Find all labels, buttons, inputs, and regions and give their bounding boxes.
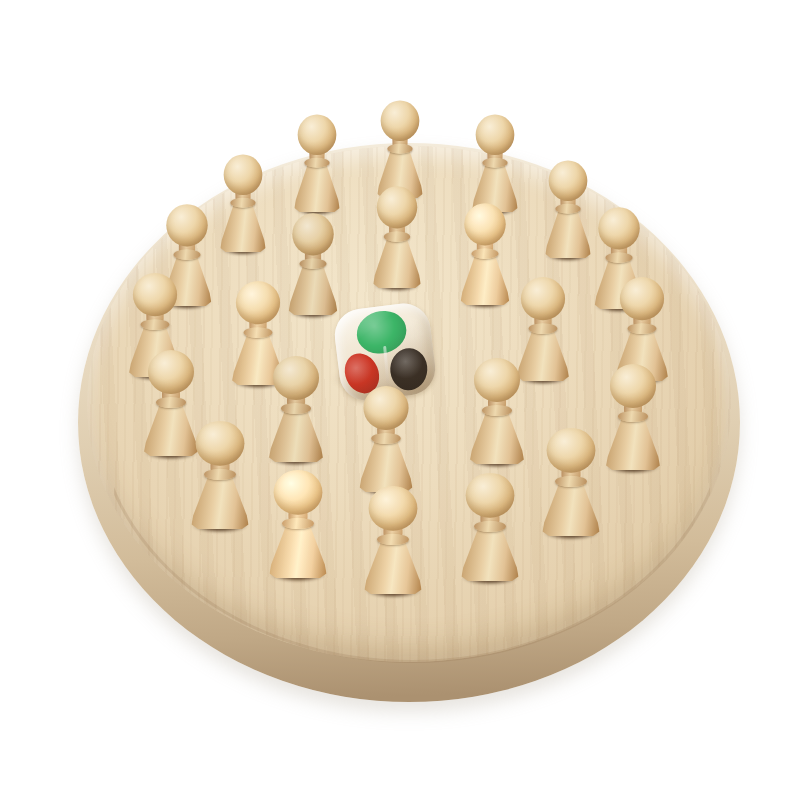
peg-head [236,281,280,324]
peg-body [372,234,421,288]
peg-collar [482,405,512,416]
peg-r4c2[interactable] [264,356,328,462]
peg-r5c1[interactable] [186,421,254,529]
peg-r1c2[interactable] [290,114,344,212]
peg-collar [606,252,633,263]
peg-body [268,521,327,578]
peg-head [273,356,319,400]
peg-head [549,160,588,200]
peg-r4c3[interactable] [355,386,418,492]
peg-collar [555,476,587,487]
peg-collar [156,397,186,408]
peg-head [148,350,194,394]
peg-collar [174,249,201,260]
peg-head [274,470,323,515]
peg-head [620,277,664,320]
peg-collar [141,319,170,330]
peg-collar [387,144,412,154]
peg-r5c5[interactable] [537,428,605,536]
peg-head [369,486,418,531]
peg-head [610,364,656,408]
peg-head [298,114,337,154]
product-photo [0,0,800,800]
peg-collar [371,433,400,444]
peg-r2c4[interactable] [456,203,514,305]
peg-body [460,524,519,581]
peg-collar [384,231,410,242]
peg-body [460,251,510,305]
peg-head [466,473,515,518]
peg-head [224,154,263,194]
peg-head [381,100,420,140]
peg-body [268,406,324,462]
peg-r2c3[interactable] [369,186,425,288]
peg-collar [230,198,255,208]
peg-collar [474,521,506,532]
peg-collar [482,158,507,168]
peg-body [541,479,600,536]
peg-head [547,428,596,473]
peg-body [359,436,414,492]
peg-collar [618,411,648,422]
peg-body [293,160,340,212]
peg-collar [628,323,657,334]
peg-r4c5[interactable] [601,364,665,470]
peg-r1c3[interactable] [373,100,427,198]
peg-head [196,421,245,466]
peg-collar [529,323,558,334]
peg-body [544,206,591,258]
peg-body [363,537,422,594]
peg-head [133,273,177,316]
peg-collar [304,158,329,168]
peg-body [190,472,249,529]
board-items [0,0,800,800]
peg-collar [244,327,273,338]
peg-head [474,358,520,402]
peg-head [377,186,417,228]
peg-r1c5[interactable] [541,160,595,258]
peg-head [476,114,515,154]
peg-body [469,408,525,464]
peg-r5c3[interactable] [359,486,427,594]
peg-collar [204,469,236,480]
peg-r5c2[interactable] [264,470,332,578]
peg-collar [555,204,580,214]
peg-body [219,200,266,252]
peg-collar [377,534,409,545]
peg-head [521,277,565,320]
peg-head [166,204,207,246]
peg-r1c4[interactable] [468,114,522,212]
peg-r4c4[interactable] [465,358,529,464]
peg-collar [472,248,499,259]
peg-head [363,386,408,430]
peg-r1c1[interactable] [216,154,270,252]
peg-collar [300,258,327,269]
peg-head [464,203,505,245]
peg-head [292,213,333,255]
peg-head [598,207,639,249]
peg-collar [282,518,314,529]
peg-body [605,414,661,470]
peg-collar [281,403,311,414]
peg-r5c4[interactable] [456,473,524,581]
